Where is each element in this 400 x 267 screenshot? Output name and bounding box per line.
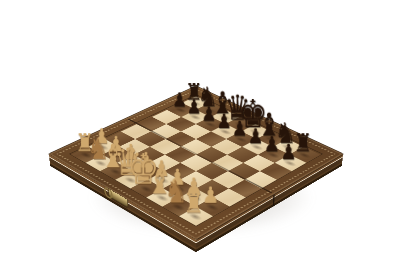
piece-black-pawn[interactable]: ♟ xyxy=(172,92,187,111)
piece-white-rook[interactable]: ♜ xyxy=(183,191,204,217)
piece-black-pawn[interactable]: ♟ xyxy=(264,135,280,155)
piece-black-pawn[interactable]: ♟ xyxy=(201,105,216,124)
photo-stage: ♜♞♝♛♚♝♞♜♟♟♟♟♟♟♟♟♟♟♟♟♟♟♟♟♜♞♝♛♚♝♞♜ xyxy=(0,0,400,267)
piece-black-pawn[interactable]: ♟ xyxy=(216,113,231,132)
piece-black-pawn[interactable]: ♟ xyxy=(186,98,201,117)
piece-black-pawn[interactable]: ♟ xyxy=(248,127,264,147)
piece-white-pawn[interactable]: ♟ xyxy=(202,186,219,208)
piece-black-pawn[interactable]: ♟ xyxy=(280,143,296,163)
hinge-seam-notch xyxy=(273,194,275,207)
piece-black-pawn[interactable]: ♟ xyxy=(232,120,248,139)
